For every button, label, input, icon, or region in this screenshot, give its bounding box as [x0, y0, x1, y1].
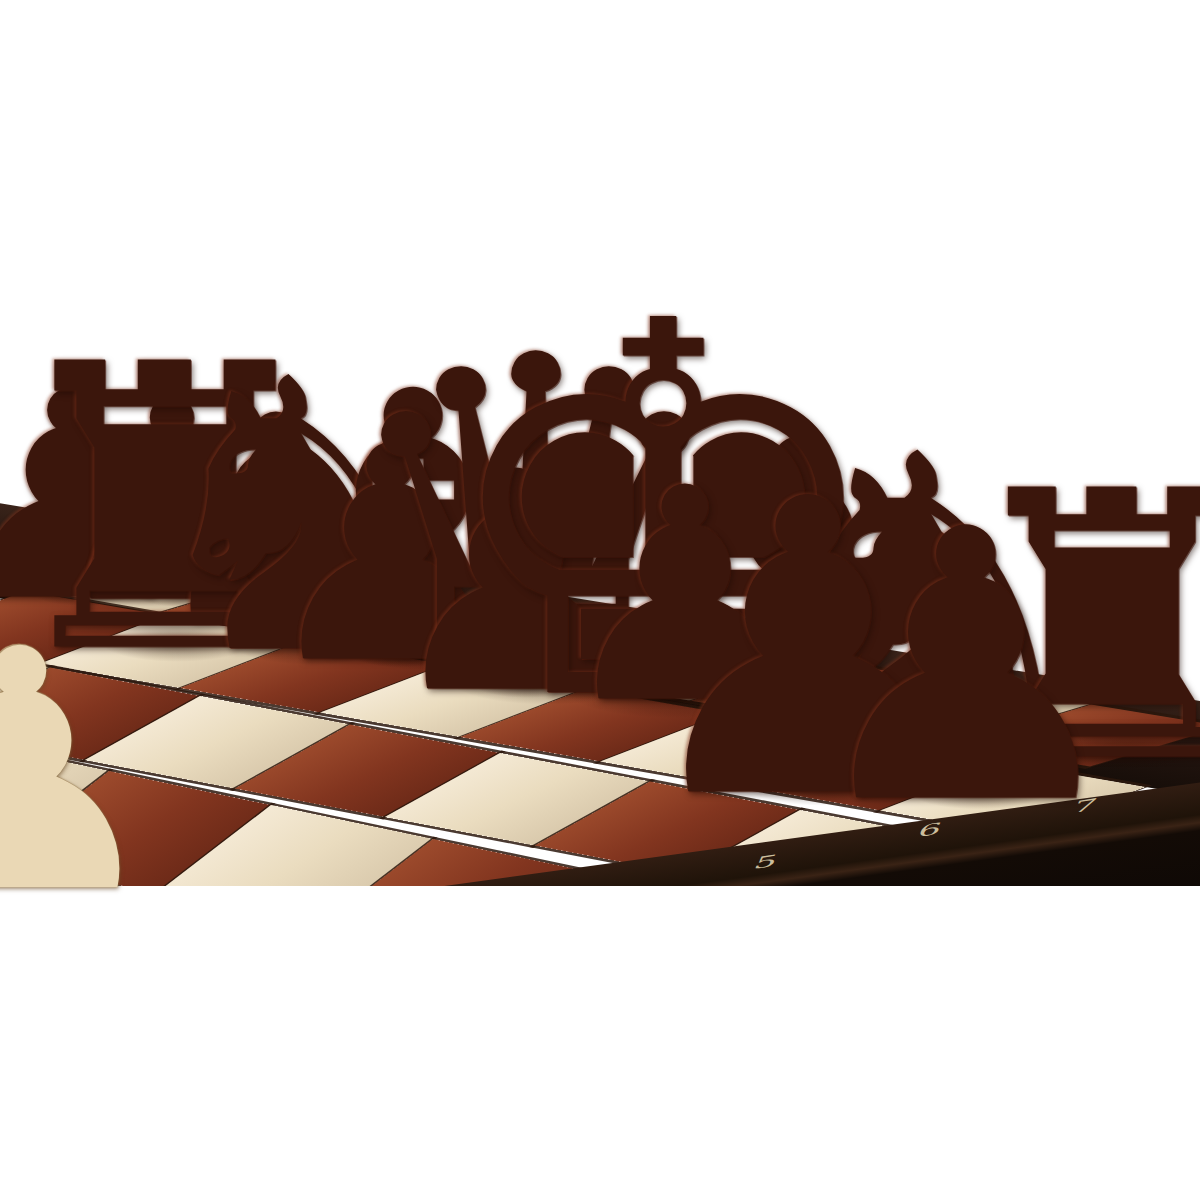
photo-bottom-edge	[0, 886, 1200, 1200]
piece-shadow-f7	[642, 680, 752, 708]
piece-shadow-h7	[908, 774, 1048, 810]
piece-shadow-a7	[29, 578, 136, 606]
chess-set-product-photo: 5 6 7 ♜♞♝♛♚♝♞♜♟♟♟♟♟♟♟♟♟	[0, 0, 1200, 1200]
piece-shadow-d7	[347, 640, 457, 668]
piece-shadow-b7	[132, 581, 236, 608]
piece-shadow-f8	[735, 659, 890, 699]
piece-shadow-c7	[235, 602, 342, 630]
piece-shadow-e7	[472, 669, 585, 698]
piece-shadow-g7	[744, 767, 896, 806]
piece-shadow-g8	[851, 721, 1032, 768]
piece-shadow-h8	[1050, 733, 1199, 771]
